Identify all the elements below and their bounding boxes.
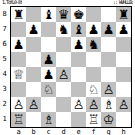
piece-bb: ♝ — [73, 22, 85, 37]
square-f6[interactable]: ♞ — [86, 37, 101, 52]
square-h2[interactable]: ♙ — [116, 97, 131, 112]
square-g3[interactable]: ♙ — [101, 82, 116, 97]
square-f5[interactable] — [86, 52, 101, 67]
piece-wn: ♘ — [88, 82, 100, 97]
chess-diagram: 1.TdfL0-8f :: WVHLLEq ♜♝♛♚♜♟♞♝♟♟♟♟♟♞♟♕♟♙… — [0, 0, 135, 135]
rank-label-2: 2 — [0, 97, 9, 112]
square-b7[interactable]: ♟ — [26, 22, 41, 37]
square-b1[interactable] — [26, 112, 41, 127]
piece-wp: ♙ — [28, 97, 40, 112]
piece-bp: ♟ — [28, 22, 40, 37]
piece-wb: ♗ — [43, 112, 55, 127]
square-c3[interactable]: ♘ — [41, 82, 56, 97]
square-g2[interactable]: ♗ — [101, 97, 116, 112]
square-a4[interactable]: ♕ — [11, 67, 26, 82]
square-f1[interactable]: ♖ — [86, 112, 101, 127]
square-e1[interactable] — [71, 112, 86, 127]
square-f2[interactable]: ♙ — [86, 97, 101, 112]
file-label-h: h — [116, 129, 131, 135]
rank-label-3: 3 — [0, 82, 9, 97]
square-g4[interactable] — [101, 67, 116, 82]
file-label-b: b — [26, 129, 41, 135]
piece-bn: ♞ — [58, 22, 70, 37]
square-e5[interactable] — [71, 52, 86, 67]
piece-bp: ♟ — [43, 52, 55, 67]
square-h3[interactable] — [116, 82, 131, 97]
square-a7[interactable] — [11, 22, 26, 37]
square-c1[interactable]: ♗ — [41, 112, 56, 127]
piece-wp: ♙ — [13, 97, 25, 112]
square-d6[interactable] — [56, 37, 71, 52]
square-b3[interactable] — [26, 82, 41, 97]
piece-wr: ♖ — [13, 112, 25, 127]
square-a8[interactable]: ♜ — [11, 7, 26, 22]
square-d4[interactable]: ♙ — [56, 67, 71, 82]
piece-bb: ♝ — [43, 7, 55, 22]
square-e4[interactable] — [71, 67, 86, 82]
rank-label-5: 5 — [0, 52, 9, 67]
rank-label-4: 4 — [0, 67, 9, 82]
square-d3[interactable] — [56, 82, 71, 97]
file-label-a: a — [11, 129, 26, 135]
square-b6[interactable] — [26, 37, 41, 52]
square-e7[interactable]: ♝ — [71, 22, 86, 37]
square-e8[interactable]: ♚ — [71, 7, 86, 22]
piece-wk: ♔ — [103, 112, 115, 127]
piece-wp: ♙ — [118, 97, 130, 112]
square-c8[interactable]: ♝ — [41, 7, 56, 22]
square-c5[interactable]: ♟ — [41, 52, 56, 67]
piece-bp: ♟ — [88, 22, 100, 37]
square-g6[interactable] — [101, 37, 116, 52]
piece-wp: ♙ — [58, 67, 70, 82]
piece-bp: ♟ — [13, 37, 25, 52]
square-h6[interactable] — [116, 37, 131, 52]
piece-bp: ♟ — [103, 22, 115, 37]
square-f4[interactable] — [86, 67, 101, 82]
rank-label-8: 8 — [0, 7, 9, 22]
piece-bp: ♟ — [43, 67, 55, 82]
square-d1[interactable] — [56, 112, 71, 127]
rank-label-6: 6 — [0, 37, 9, 52]
rank-label-7: 7 — [0, 22, 9, 37]
piece-bn: ♞ — [88, 37, 100, 52]
square-a5[interactable] — [11, 52, 26, 67]
square-e6[interactable]: ♟ — [71, 37, 86, 52]
square-e3[interactable] — [71, 82, 86, 97]
square-h4[interactable] — [116, 67, 131, 82]
square-h7[interactable]: ♟ — [116, 22, 131, 37]
square-g8[interactable] — [101, 7, 116, 22]
square-f7[interactable]: ♟ — [86, 22, 101, 37]
square-a1[interactable]: ♖ — [11, 112, 26, 127]
piece-wq: ♕ — [13, 67, 25, 82]
piece-wp: ♙ — [73, 97, 85, 112]
square-g1[interactable]: ♔ — [101, 112, 116, 127]
file-label-c: c — [41, 129, 56, 135]
piece-wb: ♗ — [103, 97, 115, 112]
square-g5[interactable] — [101, 52, 116, 67]
square-a6[interactable]: ♟ — [11, 37, 26, 52]
square-d7[interactable]: ♞ — [56, 22, 71, 37]
piece-bk: ♚ — [73, 7, 85, 22]
square-c2[interactable] — [41, 97, 56, 112]
square-b2[interactable]: ♙ — [26, 97, 41, 112]
square-b4[interactable] — [26, 67, 41, 82]
piece-wp: ♙ — [88, 97, 100, 112]
square-d5[interactable] — [56, 52, 71, 67]
square-h5[interactable] — [116, 52, 131, 67]
file-label-d: d — [56, 129, 71, 135]
square-h8[interactable]: ♜ — [116, 7, 131, 22]
square-g7[interactable]: ♟ — [101, 22, 116, 37]
piece-wr: ♖ — [88, 112, 100, 127]
piece-bq: ♛ — [58, 7, 70, 22]
square-b8[interactable] — [26, 7, 41, 22]
square-b5[interactable] — [26, 52, 41, 67]
rank-label-1: 1 — [0, 112, 9, 127]
file-label-f: f — [86, 129, 101, 135]
square-c6[interactable] — [41, 37, 56, 52]
square-d8[interactable]: ♛ — [56, 7, 71, 22]
piece-bp: ♟ — [73, 37, 85, 52]
file-label-e: e — [71, 129, 86, 135]
square-e2[interactable]: ♙ — [71, 97, 86, 112]
square-d2[interactable] — [56, 97, 71, 112]
piece-bp: ♟ — [118, 22, 130, 37]
square-h1[interactable] — [116, 112, 131, 127]
piece-wn: ♘ — [43, 82, 55, 97]
file-label-g: g — [101, 129, 116, 135]
piece-br: ♜ — [118, 7, 130, 22]
square-c4[interactable]: ♟ — [41, 67, 56, 82]
piece-br: ♜ — [13, 7, 25, 22]
piece-wp: ♙ — [103, 82, 115, 97]
square-a3[interactable] — [11, 82, 26, 97]
square-f3[interactable]: ♘ — [86, 82, 101, 97]
chess-board: ♜♝♛♚♜♟♞♝♟♟♟♟♟♞♟♕♟♙♘♘♙♙♙♙♙♗♙♖♗♖♔ — [10, 6, 132, 128]
square-a2[interactable]: ♙ — [11, 97, 26, 112]
square-c7[interactable] — [41, 22, 56, 37]
square-f8[interactable] — [86, 7, 101, 22]
